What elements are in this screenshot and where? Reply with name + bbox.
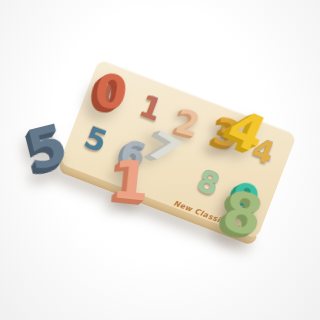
product-photo: 0 1 2 3 3 4 5 6 <box>0 0 320 320</box>
loose-piece-1[interactable]: 1 <box>109 152 152 210</box>
recess-5: 5 <box>80 122 110 157</box>
recess-1: 1 <box>136 90 166 125</box>
recess-8: 8 <box>193 165 223 200</box>
